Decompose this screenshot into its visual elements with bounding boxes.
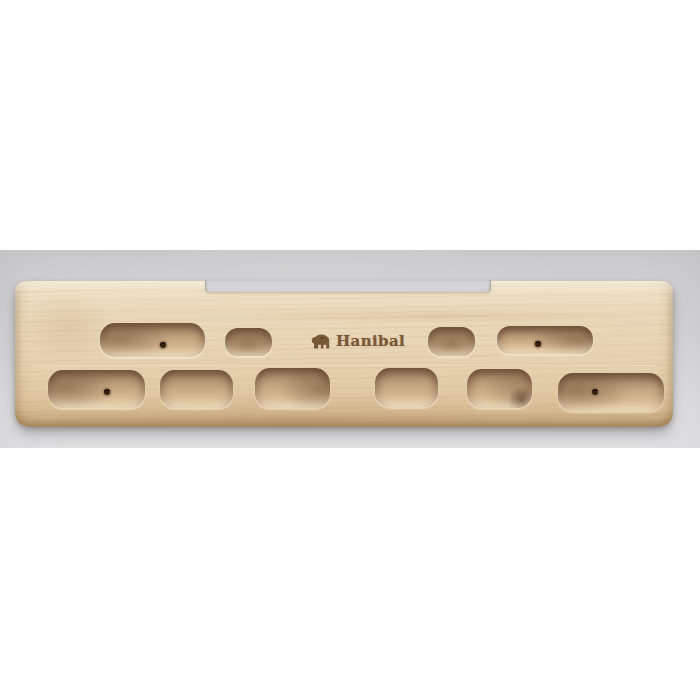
screw-hole — [535, 341, 541, 347]
brand-name: Hanibal — [336, 332, 405, 350]
bottom-pocket-4 — [375, 368, 438, 407]
top-pocket-1 — [100, 323, 205, 357]
bottom-pocket-5 — [467, 369, 532, 408]
mid-ridge-line — [33, 363, 655, 366]
screw-hole — [160, 342, 166, 348]
top-pocket-3 — [428, 327, 475, 356]
top-pocket-2 — [225, 328, 272, 356]
top-pocket-4 — [497, 326, 593, 354]
hangboard: Hanibal — [15, 281, 673, 427]
bottom-pocket-2 — [160, 370, 233, 408]
bottom-pocket-6 — [558, 373, 664, 411]
screw-hole — [104, 389, 110, 395]
screw-hole — [592, 389, 598, 395]
bottom-pocket-3 — [255, 368, 330, 408]
top-center-notch — [205, 280, 491, 292]
elephant-icon — [310, 333, 331, 350]
brand-logo: Hanibal — [310, 331, 405, 351]
bottom-pocket-1 — [48, 370, 145, 408]
